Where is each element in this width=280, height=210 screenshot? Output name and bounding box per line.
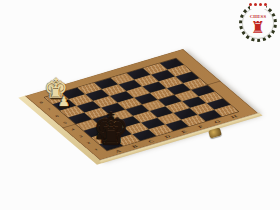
badge-star-icon <box>254 3 257 6</box>
rank-label-1: 1 <box>91 146 102 154</box>
chess-board: 87654321 ABCDEFGH <box>25 49 258 160</box>
badge-star-icon <box>259 3 262 6</box>
board-frame: 87654321 ABCDEFGH <box>25 49 258 160</box>
brass-clasp-icon <box>208 128 222 139</box>
rook-icon: ♜ <box>237 18 279 37</box>
badge-star-icon <box>264 3 267 6</box>
chess-badge: CHESS ♜ <box>237 2 279 44</box>
badge-star-icon <box>249 3 252 6</box>
badge-stars <box>249 3 267 6</box>
product-photo: 87654321 ABCDEFGH ♜♞♝♛♚♝♞♜♟♟♟♟♟♟♟♟♟♟♟♟♟♟… <box>0 0 280 210</box>
